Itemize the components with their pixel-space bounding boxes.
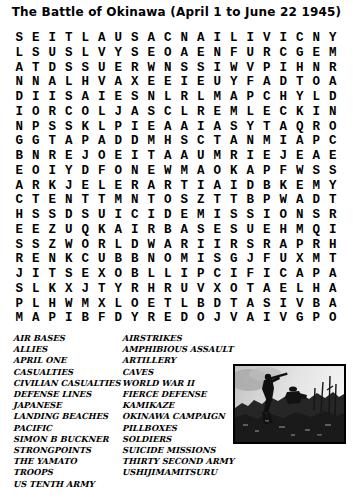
grid-cell: N <box>308 61 325 76</box>
grid-cell: T <box>242 282 259 297</box>
grid-cell: L <box>143 267 160 282</box>
grid-cell: R <box>193 105 210 120</box>
grid-cell: S <box>44 120 61 135</box>
grid-cell: C <box>292 31 309 46</box>
grid-cell: I <box>44 31 61 46</box>
grid-cell: O <box>193 311 210 326</box>
grid-cell: I <box>127 223 144 238</box>
grid-cell: T <box>176 179 193 194</box>
grid-cell: H <box>308 282 325 297</box>
grid-cell: S <box>325 164 342 179</box>
grid-cell: I <box>44 164 61 179</box>
grid-cell: S <box>77 208 94 223</box>
grid-cell: S <box>308 208 325 223</box>
grid-cell: R <box>176 238 193 253</box>
grid-cell: P <box>259 61 276 76</box>
grid-cell: L <box>94 120 111 135</box>
grid-cell: N <box>242 134 259 149</box>
grid-cell: P <box>242 90 259 105</box>
grid-cell: U <box>275 252 292 267</box>
grid-cell: T <box>292 75 309 90</box>
word-list-item: SOLDIERS <box>122 434 234 445</box>
grid-cell: T <box>325 193 342 208</box>
grid-cell: W <box>226 61 243 76</box>
grid-cell: K <box>275 179 292 194</box>
word-list-item: AIRSTRIKES <box>122 333 234 344</box>
grid-cell: S <box>11 238 28 253</box>
grid-cell: R <box>44 105 61 120</box>
grid-cell: S <box>242 238 259 253</box>
grid-cell: A <box>209 179 226 194</box>
grid-cell: W <box>143 61 160 76</box>
grid-cell: O <box>160 46 177 61</box>
grid-cell: R <box>28 179 45 194</box>
grid-cell: W <box>61 238 78 253</box>
word-list-item: KAMIKAZE <box>122 400 234 411</box>
grid-cell: X <box>209 282 226 297</box>
word-list-item: STRONGPOINTS <box>13 445 121 456</box>
word-list-item: USHIJIMAMITSURU <box>122 467 234 478</box>
grid-cell: S <box>209 252 226 267</box>
grid-cell: E <box>28 31 45 46</box>
grid-cell: N <box>127 193 144 208</box>
grid-cell: W <box>160 164 177 179</box>
word-list-item: PILLBOXES <box>122 423 234 434</box>
grid-cell: A <box>110 75 127 90</box>
grid-cell: R <box>308 238 325 253</box>
grid-cell: O <box>110 267 127 282</box>
grid-cell: I <box>275 134 292 149</box>
grid-cell: O <box>28 105 45 120</box>
grid-cell: A <box>160 149 177 164</box>
grid-cell: S <box>242 208 259 223</box>
grid-cell: A <box>28 311 45 326</box>
grid-cell: T <box>44 134 61 149</box>
grid-cell: M <box>292 223 309 238</box>
grid-cell: A <box>193 164 210 179</box>
grid-cell: L <box>193 90 210 105</box>
grid-cell: J <box>11 267 28 282</box>
grid-cell: A <box>242 297 259 312</box>
grid-cell: F <box>94 164 111 179</box>
grid-cell: T <box>61 31 78 46</box>
grid-cell: B <box>259 179 276 194</box>
grid-cell: E <box>209 223 226 238</box>
grid-cell: A <box>94 31 111 46</box>
grid-cell: K <box>44 282 61 297</box>
grid-cell: E <box>77 267 94 282</box>
grid-cell: A <box>11 61 28 76</box>
grid-cell: L <box>77 46 94 61</box>
grid-cell: T <box>143 149 160 164</box>
grid-cell: A <box>292 134 309 149</box>
grid-cell: R <box>259 238 276 253</box>
grid-cell: N <box>28 149 45 164</box>
grid-cell: Y <box>226 75 243 90</box>
grid-cell: Y <box>325 179 342 194</box>
grid-cell: S <box>143 105 160 120</box>
grid-cell: M <box>143 134 160 149</box>
grid-cell: I <box>44 90 61 105</box>
grid-cell: S <box>193 61 210 76</box>
grid-cell: F <box>259 252 276 267</box>
grid-cell: Z <box>193 193 210 208</box>
grid-cell: B <box>193 297 210 312</box>
grid-cell: C <box>325 134 342 149</box>
grid-cell: T <box>209 193 226 208</box>
grid-cell: I <box>226 267 243 282</box>
grid-cell: Q <box>308 223 325 238</box>
grid-cell: N <box>325 105 342 120</box>
grid-cell: S <box>44 208 61 223</box>
grid-cell: A <box>143 31 160 46</box>
grid-cell: L <box>160 90 177 105</box>
grid-cell: E <box>193 75 210 90</box>
grid-cell: G <box>226 252 243 267</box>
grid-cell: B <box>308 297 325 312</box>
grid-cell: I <box>94 90 111 105</box>
grid-cell: P <box>28 120 45 135</box>
grid-cell: F <box>242 267 259 282</box>
word-list-item: SIMON B BUCKNER <box>13 434 121 445</box>
grid-cell: L <box>160 267 177 282</box>
grid-cell: I <box>11 105 28 120</box>
grid-cell: L <box>242 105 259 120</box>
grid-cell: P <box>110 120 127 135</box>
grid-cell: F <box>242 75 259 90</box>
grid-cell: S <box>193 223 210 238</box>
grid-cell: U <box>242 223 259 238</box>
grid-cell: O <box>127 297 144 312</box>
grid-cell: H <box>275 90 292 105</box>
grid-cell: L <box>176 105 193 120</box>
grid-cell: N <box>28 75 45 90</box>
grid-cell: C <box>127 208 144 223</box>
grid-cell: S <box>11 282 28 297</box>
grid-cell: S <box>61 90 78 105</box>
grid-cell: U <box>61 223 78 238</box>
grid-cell: A <box>44 75 61 90</box>
grid-cell: A <box>292 193 309 208</box>
grid-cell: E <box>110 61 127 76</box>
grid-cell: U <box>94 61 111 76</box>
grid-cell: E <box>308 46 325 61</box>
grid-cell: R <box>127 61 144 76</box>
grid-cell: A <box>325 297 342 312</box>
grid-cell: W <box>61 297 78 312</box>
word-list-item: CASUALTIES <box>13 367 121 378</box>
grid-cell: K <box>226 164 243 179</box>
grid-cell: G <box>11 134 28 149</box>
grid-cell: P <box>259 164 276 179</box>
grid-cell: E <box>28 252 45 267</box>
grid-cell: I <box>275 31 292 46</box>
grid-cell: I <box>193 238 210 253</box>
grid-cell: T <box>94 282 111 297</box>
grid-cell: A <box>275 120 292 135</box>
grid-cell: P <box>77 134 94 149</box>
grid-cell: C <box>77 252 94 267</box>
grid-cell: A <box>325 267 342 282</box>
grid-cell: S <box>77 61 94 76</box>
grid-cell: I <box>325 223 342 238</box>
grid-cell: D <box>275 75 292 90</box>
grid-cell: X <box>94 267 111 282</box>
grid-cell: Y <box>110 282 127 297</box>
grid-cell: A <box>226 134 243 149</box>
word-grid: SEITLAUSACNAILIVICNYLSUSLVYSEOAENFURCGEM… <box>11 31 341 326</box>
grid-cell: G <box>292 311 309 326</box>
grid-cell: A <box>242 164 259 179</box>
grid-cell: A <box>160 238 177 253</box>
grid-cell: C <box>193 134 210 149</box>
grid-cell: M <box>77 297 94 312</box>
grid-cell: E <box>143 75 160 90</box>
grid-cell: E <box>44 193 61 208</box>
grid-cell: A <box>292 267 309 282</box>
grid-cell: N <box>292 208 309 223</box>
grid-cell: N <box>11 120 28 135</box>
grid-cell: H <box>77 75 94 90</box>
grid-cell: L <box>226 31 243 46</box>
grid-cell: R <box>160 282 177 297</box>
grid-cell: N <box>308 31 325 46</box>
grid-cell: Q <box>292 120 309 135</box>
grid-cell: T <box>226 193 243 208</box>
grid-cell: R <box>259 46 276 61</box>
grid-cell: E <box>160 75 177 90</box>
grid-cell: V <box>94 46 111 61</box>
grid-cell: D <box>77 164 94 179</box>
grid-cell: A <box>160 120 177 135</box>
grid-cell: E <box>292 179 309 194</box>
grid-cell: J <box>275 149 292 164</box>
grid-cell: S <box>61 120 78 135</box>
grid-cell: A <box>275 238 292 253</box>
grid-cell: T <box>160 297 177 312</box>
grid-cell: S <box>61 267 78 282</box>
grid-cell: D <box>44 61 61 76</box>
grid-cell: E <box>160 311 177 326</box>
grid-cell: X <box>127 75 144 90</box>
grid-cell: R <box>11 252 28 267</box>
grid-cell: S <box>176 134 193 149</box>
grid-cell: D <box>127 134 144 149</box>
grid-cell: L <box>110 238 127 253</box>
grid-cell: S <box>308 164 325 179</box>
grid-cell: M <box>110 193 127 208</box>
grid-cell: L <box>77 31 94 46</box>
grid-cell: N <box>44 252 61 267</box>
grid-cell: I <box>193 179 210 194</box>
grid-cell: R <box>160 179 177 194</box>
grid-cell: L <box>94 105 111 120</box>
word-list-column-2: AIRSTRIKESAMPHIBIOUS ASSAULTARTILLERYCAV… <box>122 333 234 479</box>
grid-cell: T <box>77 193 94 208</box>
grid-cell: P <box>259 193 276 208</box>
okinawa-battlefield-photo <box>233 364 346 444</box>
grid-cell: Y <box>110 46 127 61</box>
grid-cell: L <box>28 282 45 297</box>
grid-cell: D <box>209 297 226 312</box>
grid-cell: C <box>275 105 292 120</box>
grid-cell: D <box>127 238 144 253</box>
grid-cell: A <box>259 282 276 297</box>
grid-cell: O <box>325 311 342 326</box>
word-list-item: THIRTY SECOND ARMY <box>122 456 234 467</box>
grid-cell: A <box>308 149 325 164</box>
grid-cell: V <box>94 75 111 90</box>
grid-cell: N <box>127 164 144 179</box>
battle-scene-illustration <box>235 366 344 442</box>
grid-cell: J <box>77 282 94 297</box>
grid-cell: D <box>110 311 127 326</box>
grid-cell: R <box>44 149 61 164</box>
grid-cell: I <box>127 120 144 135</box>
grid-cell: J <box>77 149 94 164</box>
grid-cell: C <box>259 90 276 105</box>
grid-cell: F <box>275 164 292 179</box>
grid-cell: I <box>209 61 226 76</box>
grid-cell: P <box>44 311 61 326</box>
grid-cell: A <box>226 90 243 105</box>
grid-cell: S <box>61 61 78 76</box>
grid-cell: A <box>209 120 226 135</box>
grid-cell: A <box>176 120 193 135</box>
grid-cell: H <box>292 61 309 76</box>
word-list-item: US TENTH ARMY <box>13 479 121 490</box>
grid-cell: V <box>292 297 309 312</box>
grid-cell: G <box>292 46 309 61</box>
grid-cell: L <box>110 297 127 312</box>
grid-cell: E <box>193 46 210 61</box>
word-list-column-1: AIR BASESALLIESAPRIL ONECASUALTIESCIVILI… <box>13 333 121 490</box>
word-list-item: SUICIDE MISSIONS <box>122 445 234 456</box>
word-list-item: LANDING BEACHES <box>13 411 121 422</box>
grid-cell: R <box>94 238 111 253</box>
grid-cell: E <box>259 223 276 238</box>
grid-cell: I <box>193 120 210 135</box>
word-list-item: CAVES <box>122 367 234 378</box>
grid-cell: R <box>143 223 160 238</box>
grid-cell: E <box>11 164 28 179</box>
grid-cell: Y <box>127 311 144 326</box>
grid-cell: C <box>275 267 292 282</box>
grid-cell: P <box>11 297 28 312</box>
grid-cell: C <box>160 105 177 120</box>
grid-cell: D <box>308 193 325 208</box>
grid-cell: B <box>127 267 144 282</box>
grid-cell: U <box>94 252 111 267</box>
grid-cell: I <box>275 297 292 312</box>
grid-cell: C <box>160 31 177 46</box>
grid-cell: X <box>94 297 111 312</box>
word-list-item: THE YAMATO <box>13 456 121 467</box>
word-list-item: APRIL ONE <box>13 355 121 366</box>
grid-cell: N <box>61 193 78 208</box>
grid-cell: N <box>143 252 160 267</box>
grid-cell: S <box>28 208 45 223</box>
grid-cell: C <box>61 105 78 120</box>
grid-cell: Q <box>77 223 94 238</box>
grid-cell: B <box>11 149 28 164</box>
grid-cell: I <box>127 149 144 164</box>
grid-cell: T <box>226 297 243 312</box>
grid-cell: I <box>259 311 276 326</box>
grid-cell: T <box>28 61 45 76</box>
grid-cell: K <box>292 105 309 120</box>
grid-cell: M <box>226 105 243 120</box>
grid-cell: E <box>143 46 160 61</box>
grid-cell: E <box>11 223 28 238</box>
grid-cell: R <box>325 61 342 76</box>
grid-cell: I <box>259 208 276 223</box>
grid-cell: T <box>44 267 61 282</box>
grid-cell: M <box>209 90 226 105</box>
grid-cell: O <box>226 282 243 297</box>
grid-cell: U <box>94 208 111 223</box>
grid-cell: S <box>28 238 45 253</box>
grid-cell: H <box>143 282 160 297</box>
grid-cell: E <box>259 149 276 164</box>
grid-cell: I <box>242 31 259 46</box>
grid-cell: N <box>11 75 28 90</box>
grid-cell: E <box>61 149 78 164</box>
grid-cell: S <box>11 31 28 46</box>
grid-cell: H <box>11 208 28 223</box>
word-list-item: DEFENSE LINES <box>13 389 121 400</box>
grid-cell: I <box>61 311 78 326</box>
grid-cell: I <box>259 267 276 282</box>
grid-cell: J <box>209 311 226 326</box>
grid-cell: N <box>143 90 160 105</box>
grid-cell: Z <box>44 223 61 238</box>
grid-cell: K <box>44 179 61 194</box>
grid-cell: M <box>259 134 276 149</box>
grid-cell: A <box>11 179 28 194</box>
grid-cell: E <box>143 164 160 179</box>
grid-cell: A <box>325 282 342 297</box>
grid-cell: O <box>308 75 325 90</box>
grid-cell: V <box>226 311 243 326</box>
grid-cell: T <box>28 193 45 208</box>
grid-cell: I <box>176 75 193 90</box>
grid-cell: I <box>275 61 292 76</box>
grid-cell: E <box>209 105 226 120</box>
grid-cell: C <box>11 193 28 208</box>
grid-cell: U <box>176 282 193 297</box>
grid-cell: I <box>143 208 160 223</box>
grid-cell: D <box>11 90 28 105</box>
grid-cell: U <box>44 46 61 61</box>
grid-cell: I <box>242 149 259 164</box>
grid-cell: B <box>160 223 177 238</box>
grid-cell: W <box>292 164 309 179</box>
grid-cell: O <box>160 193 177 208</box>
grid-cell: K <box>61 252 78 267</box>
word-list-item: AIR BASES <box>13 333 121 344</box>
grid-cell: U <box>209 75 226 90</box>
grid-cell: R <box>226 149 243 164</box>
grid-cell: S <box>127 90 144 105</box>
grid-cell: S <box>226 120 243 135</box>
grid-cell: W <box>143 238 160 253</box>
word-list-item: ALLIES <box>13 344 121 355</box>
grid-cell: P <box>292 238 309 253</box>
grid-cell: O <box>160 252 177 267</box>
grid-cell: A <box>61 134 78 149</box>
grid-cell: S <box>259 297 276 312</box>
